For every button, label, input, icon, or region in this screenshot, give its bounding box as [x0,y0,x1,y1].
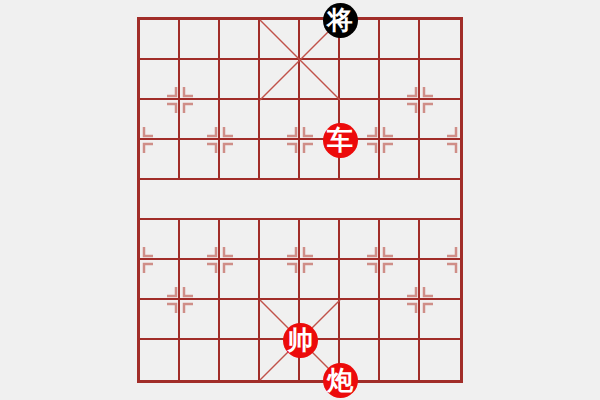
river-cell [220,180,260,220]
board-cell [260,60,300,100]
board-cell [180,100,220,140]
board-cell [420,140,460,180]
board-cell [420,100,460,140]
black-general-piece[interactable]: 将 [323,3,358,38]
board-cell [420,20,460,60]
board-cell [340,220,380,260]
board-cell [180,220,220,260]
board-cell [340,260,380,300]
board-cell [260,140,300,180]
board-cell [420,220,460,260]
board-cell [300,220,340,260]
red-cannon-piece[interactable]: 炮 [323,363,358,398]
board-cell [260,20,300,60]
board-cell [220,220,260,260]
board-cell [220,140,260,180]
board-cell [380,100,420,140]
board-cell [180,60,220,100]
board-cell [180,340,220,380]
board-cell [180,140,220,180]
river-cell [340,180,380,220]
red-chariot-piece[interactable]: 车 [323,123,358,158]
board-cell [140,20,180,60]
board-cell [220,260,260,300]
board-cell [420,300,460,340]
red-general-piece[interactable]: 帅 [283,323,318,358]
board-cell [420,60,460,100]
board-cell [380,300,420,340]
board-cell [140,60,180,100]
board-cell [260,260,300,300]
board-cell [300,260,340,300]
board-cell [380,140,420,180]
river-cell [380,180,420,220]
board-cell [300,60,340,100]
board-cell [420,260,460,300]
board-cell [420,340,460,380]
board-cell [140,300,180,340]
river-cell [420,180,460,220]
board-cell [180,20,220,60]
board-cell [380,340,420,380]
river-cell [300,180,340,220]
board-cell [260,100,300,140]
board-cell [380,260,420,300]
board-cell [140,340,180,380]
board-cell [220,100,260,140]
board-cell [380,60,420,100]
board-cell [180,260,220,300]
board-cell [180,300,220,340]
board-cell [380,20,420,60]
board-cell [380,220,420,260]
river-cell [180,180,220,220]
board-cell [140,260,180,300]
board-cell [340,60,380,100]
board-cell [220,20,260,60]
board-cell [340,300,380,340]
river-cell [140,180,180,220]
board-cell [140,100,180,140]
board-cell [220,60,260,100]
river-cell [260,180,300,220]
board-cell [260,220,300,260]
board-cell [140,220,180,260]
board-cell [220,340,260,380]
board-cell [140,140,180,180]
board-cell [220,300,260,340]
xiangqi-diagram: 将 车 帅 炮 [0,0,600,400]
